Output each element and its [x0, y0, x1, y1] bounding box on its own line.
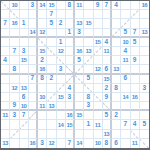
- cell-r6c6[interactable]: [47, 47, 56, 56]
- cell-r16c8[interactable]: 7: [66, 139, 75, 148]
- cell-r3c4[interactable]: [29, 19, 38, 28]
- cell-r11c10[interactable]: 8: [84, 93, 93, 102]
- cell-r14c6[interactable]: [47, 120, 56, 129]
- main-diagonal-mark: [131, 130, 140, 139]
- cell-r3c9[interactable]: 13: [75, 19, 84, 28]
- main-diagonal-mark: [47, 47, 56, 56]
- cell-r7c13[interactable]: [112, 56, 121, 65]
- cell-r15c10[interactable]: [84, 130, 93, 139]
- cell-r2c11[interactable]: [94, 10, 103, 19]
- cell-r9c2[interactable]: [10, 75, 19, 84]
- cell-r10c16[interactable]: 3: [140, 84, 149, 93]
- cell-r11c2[interactable]: [10, 93, 19, 102]
- cell-r8c9[interactable]: [75, 65, 84, 74]
- cell-r3c11[interactable]: [94, 19, 103, 28]
- cell-r6c2[interactable]: 7: [10, 47, 19, 56]
- cell-r6c12[interactable]: 11: [103, 47, 112, 56]
- cell-r2c13[interactable]: [112, 10, 121, 19]
- main-diagonal-mark: [94, 93, 103, 102]
- cell-r16c4[interactable]: 16: [29, 139, 38, 148]
- cell-r10c1[interactable]: [1, 84, 10, 93]
- cell-r8c15[interactable]: [131, 65, 140, 74]
- cell-r14c14[interactable]: 7: [121, 120, 130, 129]
- anti-diagonal-mark: [10, 130, 19, 139]
- cell-r9c15[interactable]: [131, 75, 140, 84]
- cell-r2c1[interactable]: [1, 10, 10, 19]
- cell-r11c15[interactable]: 16: [131, 93, 140, 102]
- cell-r1c13[interactable]: 4: [112, 1, 121, 10]
- cell-r11c8[interactable]: 3: [66, 93, 75, 102]
- cell-r6c4[interactable]: [29, 47, 38, 56]
- cell-r3c10[interactable]: 15: [84, 19, 93, 28]
- cell-r16c9[interactable]: 14: [75, 139, 84, 148]
- cell-r2c9[interactable]: [75, 10, 84, 19]
- main-diagonal-mark: [75, 75, 84, 84]
- cell-r3c16[interactable]: [140, 19, 149, 28]
- anti-diagonal-mark: [112, 29, 121, 38]
- cell-r14c13[interactable]: [112, 120, 121, 129]
- cell-r10c15[interactable]: [131, 84, 140, 93]
- cell-r6c13[interactable]: [112, 47, 121, 56]
- cell-r8c4[interactable]: [29, 65, 38, 74]
- cell-r2c6[interactable]: 7: [47, 10, 56, 19]
- cell-r13c14[interactable]: [121, 111, 130, 120]
- cell-r6c14[interactable]: 4: [121, 47, 130, 56]
- cell-r14c2[interactable]: [10, 120, 19, 129]
- cell-r8c7[interactable]: 3: [57, 65, 66, 74]
- cell-r5c11[interactable]: 15: [94, 38, 103, 47]
- main-diagonal-mark: [103, 102, 111, 110]
- cell-r10c7[interactable]: [57, 84, 66, 93]
- cell-r9c10[interactable]: 5: [84, 75, 93, 84]
- cell-r11c13[interactable]: [112, 93, 121, 102]
- cell-r14c11[interactable]: 11: [94, 120, 103, 129]
- cell-r3c1[interactable]: 7: [1, 19, 10, 28]
- main-diagonal-mark: [10, 10, 19, 19]
- cell-r3c7[interactable]: 2: [57, 19, 66, 28]
- cell-r7c3[interactable]: 15: [20, 56, 29, 65]
- cell-r8c12[interactable]: 6: [103, 65, 112, 74]
- cell-r9c12[interactable]: 15: [103, 75, 112, 84]
- cell-r9c13[interactable]: [112, 75, 121, 84]
- cell-r7c6[interactable]: [47, 56, 56, 65]
- cell-r16c5[interactable]: 3: [38, 139, 47, 148]
- cell-r6c16[interactable]: [140, 47, 149, 56]
- cell-r13c16[interactable]: [140, 111, 149, 120]
- cell-r7c14[interactable]: 11: [121, 56, 130, 65]
- cell-r15c14[interactable]: [121, 130, 130, 139]
- cell-r8c1[interactable]: [1, 65, 10, 74]
- cell-r15c1[interactable]: [1, 130, 10, 139]
- anti-diagonal-mark: [84, 56, 93, 65]
- cell-r4c2[interactable]: [10, 29, 19, 38]
- cell-r8c3[interactable]: [20, 65, 29, 74]
- cell-r10c14[interactable]: [121, 84, 130, 93]
- cell-r14c3[interactable]: [20, 120, 29, 129]
- cell-r3c2[interactable]: 16: [10, 19, 19, 28]
- cell-r13c2[interactable]: 3: [10, 111, 19, 120]
- cell-r10c6[interactable]: [47, 84, 56, 93]
- cell-r12c6[interactable]: 13: [47, 102, 56, 111]
- cell-r5c5[interactable]: [38, 38, 47, 47]
- cell-r16c11[interactable]: 10: [94, 139, 103, 148]
- cell-r4c1[interactable]: [1, 29, 10, 38]
- cell-r6c7[interactable]: 12: [57, 47, 66, 56]
- cell-r12c9[interactable]: [75, 102, 84, 111]
- cell-r6c15[interactable]: [131, 47, 140, 56]
- cell-r12c13[interactable]: [112, 102, 121, 111]
- cell-r7c1[interactable]: 4: [1, 56, 10, 65]
- cell-r16c10[interactable]: [84, 139, 93, 148]
- cell-r3c14[interactable]: [121, 19, 130, 28]
- cell-r14c5[interactable]: [38, 120, 47, 129]
- cell-r10c10[interactable]: [84, 84, 93, 93]
- cell-r4c16[interactable]: 13: [140, 29, 149, 38]
- cell-r13c13[interactable]: 2: [112, 111, 121, 120]
- cell-r8c14[interactable]: [121, 65, 130, 74]
- cell-r9c9[interactable]: [75, 75, 84, 84]
- cell-r14c4[interactable]: [29, 120, 38, 129]
- cell-r9c7[interactable]: [57, 75, 66, 84]
- cell-r11c4[interactable]: [29, 93, 38, 102]
- cell-r7c2[interactable]: [10, 56, 19, 65]
- cell-r4c8[interactable]: 1: [66, 29, 75, 38]
- cell-r1c2[interactable]: 10: [10, 1, 19, 10]
- cell-r16c13[interactable]: 6: [112, 139, 121, 148]
- cell-r5c14[interactable]: 10: [121, 38, 130, 47]
- cell-r1c15[interactable]: [131, 1, 140, 10]
- cell-r11c5[interactable]: 10: [38, 93, 47, 102]
- cell-r10c4[interactable]: [29, 84, 38, 93]
- cell-r16c7[interactable]: [57, 139, 66, 148]
- cell-r3c13[interactable]: [112, 19, 121, 28]
- main-diagonal-mark: [84, 84, 93, 93]
- cell-r13c3[interactable]: 7: [20, 111, 29, 120]
- cell-r2c5[interactable]: [38, 10, 47, 19]
- anti-diagonal-mark: [94, 47, 103, 56]
- cell-r15c12[interactable]: 13: [103, 130, 112, 139]
- cell-r1c9[interactable]: 11: [75, 1, 84, 10]
- cell-r12c5[interactable]: 11: [38, 102, 47, 111]
- cell-r5c7[interactable]: 1: [57, 38, 66, 47]
- cell-r12c2[interactable]: 9: [10, 102, 19, 111]
- cell-r5c2[interactable]: [10, 38, 19, 47]
- cell-r8c16[interactable]: [140, 65, 149, 74]
- cell-r10c8[interactable]: 4: [66, 84, 75, 93]
- cell-r12c12[interactable]: [103, 102, 112, 111]
- cell-r8c6[interactable]: [47, 65, 56, 74]
- cell-r4c7[interactable]: [57, 29, 66, 38]
- cell-r14c7[interactable]: 14: [57, 120, 66, 129]
- cell-r15c2[interactable]: [10, 130, 19, 139]
- cell-r14c16[interactable]: 5: [140, 120, 149, 129]
- cell-r16c1[interactable]: 13: [1, 139, 10, 148]
- cell-r7c12[interactable]: [103, 56, 112, 65]
- cell-r4c14[interactable]: 5: [121, 29, 130, 38]
- cell-r5c1[interactable]: [1, 38, 10, 47]
- cell-r11c11[interactable]: [94, 93, 103, 102]
- cell-r13c7[interactable]: [57, 111, 66, 120]
- cell-r5c12[interactable]: 4: [103, 38, 112, 47]
- cell-r7c8[interactable]: [66, 56, 75, 65]
- cell-r9c8[interactable]: [66, 75, 75, 84]
- cell-r9c14[interactable]: 6: [121, 75, 130, 84]
- cell-r4c15[interactable]: 7: [131, 29, 140, 38]
- cell-r6c8[interactable]: [66, 47, 75, 56]
- cell-r4c13[interactable]: [112, 29, 121, 38]
- cell-r6c3[interactable]: 3: [20, 47, 29, 56]
- cell-r2c16[interactable]: [140, 10, 149, 19]
- cell-r6c5[interactable]: 15: [38, 47, 47, 56]
- cell-r14c8[interactable]: 15: [66, 120, 75, 129]
- cell-r12c14[interactable]: [121, 102, 130, 111]
- cell-r4c3[interactable]: [20, 29, 29, 38]
- anti-diagonal-mark: [131, 10, 140, 19]
- cell-r1c11[interactable]: 9: [94, 1, 103, 10]
- cell-r9c3[interactable]: [20, 75, 29, 84]
- cell-r12c1[interactable]: [1, 102, 10, 111]
- cell-r11c1[interactable]: [1, 93, 10, 102]
- cell-r2c8[interactable]: [66, 10, 75, 19]
- cell-r2c15[interactable]: [131, 10, 140, 19]
- cell-r14c10[interactable]: 1: [84, 120, 93, 129]
- cell-r5c4[interactable]: [29, 38, 38, 47]
- cell-r1c4[interactable]: 3: [29, 1, 38, 10]
- cell-r14c9[interactable]: [75, 120, 84, 129]
- cell-r13c4[interactable]: [29, 111, 38, 120]
- cell-r16c15[interactable]: 11: [131, 139, 140, 148]
- cell-r6c10[interactable]: 13: [84, 47, 93, 56]
- cell-r1c3[interactable]: [20, 1, 29, 10]
- cell-r1c1[interactable]: [1, 1, 10, 10]
- cell-r3c3[interactable]: 1: [20, 19, 29, 28]
- cell-r3c5[interactable]: [38, 19, 47, 28]
- anti-diagonal-mark: [57, 84, 66, 93]
- cell-r16c6[interactable]: 12: [47, 139, 56, 148]
- cell-r2c10[interactable]: [84, 10, 93, 19]
- anti-diagonal-mark: [20, 120, 29, 129]
- cell-r16c2[interactable]: [10, 139, 19, 148]
- cell-r10c3[interactable]: 13: [20, 84, 29, 93]
- cell-r7c7[interactable]: [57, 56, 66, 65]
- cell-r15c15[interactable]: [131, 130, 140, 139]
- cell-r4c4[interactable]: 14: [29, 29, 38, 38]
- cell-r2c7[interactable]: [57, 10, 66, 19]
- cell-r11c3[interactable]: 6: [20, 93, 29, 102]
- cell-r8c13[interactable]: 13: [112, 65, 121, 74]
- cell-r5c6[interactable]: [47, 38, 56, 47]
- cell-r7c9[interactable]: 5: [75, 56, 84, 65]
- cell-r16c14[interactable]: [121, 139, 130, 148]
- cell-r10c11[interactable]: [94, 84, 103, 93]
- cell-r5c16[interactable]: [140, 38, 149, 47]
- cell-r12c3[interactable]: 10: [20, 102, 29, 111]
- cell-r1c10[interactable]: [84, 1, 93, 10]
- cell-r15c6[interactable]: [47, 130, 56, 139]
- cell-r5c15[interactable]: 5: [131, 38, 140, 47]
- main-diagonal-mark: [38, 38, 47, 47]
- cell-r13c15[interactable]: [131, 111, 140, 120]
- cell-r2c3[interactable]: [20, 10, 29, 19]
- cell-r7c11[interactable]: [94, 56, 103, 65]
- cell-r10c5[interactable]: [38, 84, 47, 93]
- cell-r8c8[interactable]: [66, 65, 75, 74]
- cell-r1c14[interactable]: [121, 1, 130, 10]
- cell-r3c8[interactable]: [66, 19, 75, 28]
- cell-r5c10[interactable]: [84, 38, 93, 47]
- anti-diagonal-mark: [47, 93, 56, 102]
- cell-r10c2[interactable]: 12: [10, 84, 19, 93]
- cell-r12c7[interactable]: [57, 102, 66, 111]
- cell-r4c6[interactable]: [47, 29, 56, 38]
- cell-r7c16[interactable]: [140, 56, 149, 65]
- cell-r12c16[interactable]: [140, 102, 149, 111]
- cell-r1c6[interactable]: 15: [47, 1, 56, 10]
- main-diagonal-mark: [57, 56, 66, 65]
- cell-r9c6[interactable]: 2: [47, 75, 56, 84]
- cell-r9c16[interactable]: [140, 75, 149, 84]
- cell-r3c12[interactable]: [103, 19, 112, 28]
- cell-r15c13[interactable]: [112, 130, 121, 139]
- cell-r12c15[interactable]: [131, 102, 140, 111]
- cell-r5c3[interactable]: [20, 38, 29, 47]
- cell-r16c12[interactable]: 8: [103, 139, 112, 148]
- cell-r13c11[interactable]: [94, 111, 103, 120]
- cell-r15c7[interactable]: [57, 130, 66, 139]
- anti-diagonal-mark: [75, 65, 84, 74]
- cell-r9c4[interactable]: 7: [29, 75, 38, 84]
- cell-r15c5[interactable]: [38, 130, 47, 139]
- cell-r7c4[interactable]: [29, 56, 38, 65]
- cell-r16c3[interactable]: [20, 139, 29, 148]
- cell-r15c4[interactable]: [29, 130, 38, 139]
- cell-r7c5[interactable]: 2: [38, 56, 47, 65]
- cell-r13c1[interactable]: 11: [1, 111, 10, 120]
- cell-r11c16[interactable]: [140, 93, 149, 102]
- cell-r15c8[interactable]: [66, 130, 75, 139]
- cell-r15c16[interactable]: [140, 130, 149, 139]
- cell-r10c13[interactable]: 8: [112, 84, 121, 93]
- cell-r12c11[interactable]: [94, 102, 103, 111]
- cell-r8c10[interactable]: [84, 65, 93, 74]
- cell-r1c16[interactable]: 16: [140, 1, 149, 10]
- cell-r6c9[interactable]: 16: [75, 47, 84, 56]
- cell-r11c6[interactable]: [47, 93, 56, 102]
- cell-r9c1[interactable]: [1, 75, 10, 84]
- cell-r13c6[interactable]: [47, 111, 56, 120]
- cell-r6c1[interactable]: [1, 47, 10, 56]
- cell-r4c11[interactable]: [94, 29, 103, 38]
- cell-r15c3[interactable]: [20, 130, 29, 139]
- cell-r9c5[interactable]: 8: [38, 75, 47, 84]
- cell-r13c8[interactable]: 16: [66, 111, 75, 120]
- cell-r15c9[interactable]: [75, 130, 84, 139]
- cell-r4c9[interactable]: 3: [75, 29, 84, 38]
- main-diagonal-mark: [140, 139, 149, 148]
- cell-r10c12[interactable]: 2: [103, 84, 112, 93]
- cell-r16c16[interactable]: [140, 139, 149, 148]
- cell-r14c1[interactable]: [1, 120, 10, 129]
- cell-r8c11[interactable]: 12: [94, 65, 103, 74]
- cell-r11c12[interactable]: 9: [103, 93, 112, 102]
- cell-r13c12[interactable]: 5: [103, 111, 112, 120]
- main-diagonal-mark: [1, 1, 10, 10]
- cell-r5c8[interactable]: [66, 38, 75, 47]
- cell-r13c9[interactable]: 15: [75, 111, 84, 120]
- cell-r13c10[interactable]: [84, 111, 93, 120]
- cell-r5c13[interactable]: [112, 38, 121, 47]
- cell-r1c7[interactable]: [57, 1, 66, 10]
- cell-r1c5[interactable]: 14: [38, 1, 47, 10]
- cell-r8c2[interactable]: 8: [10, 65, 19, 74]
- cell-r12c10[interactable]: 3: [84, 102, 93, 111]
- main-diagonal-mark: [66, 65, 74, 73]
- cell-r4c12[interactable]: [103, 29, 112, 38]
- cell-r6c11[interactable]: [94, 47, 103, 56]
- cell-r11c9[interactable]: [75, 93, 84, 102]
- cell-r3c15[interactable]: [131, 19, 140, 28]
- cell-r5c9[interactable]: [75, 38, 84, 47]
- cell-r3c6[interactable]: 5: [47, 19, 56, 28]
- cell-r2c2[interactable]: [10, 10, 19, 19]
- anti-diagonal-mark: [29, 112, 37, 120]
- cell-r8c5[interactable]: 16: [38, 65, 47, 74]
- cell-r7c10[interactable]: [84, 56, 93, 65]
- cell-r4c5[interactable]: 12: [38, 29, 47, 38]
- cell-r14c15[interactable]: 4: [131, 120, 140, 129]
- cell-r15c11[interactable]: [94, 130, 103, 139]
- cell-r1c12[interactable]: 7: [103, 1, 112, 10]
- cell-r10c9[interactable]: [75, 84, 84, 93]
- cell-r4c10[interactable]: [84, 29, 93, 38]
- sudoku-board: 1031415811974167716152131514121357131154…: [0, 0, 150, 150]
- cell-r11c7[interactable]: 15: [57, 93, 66, 102]
- cell-r11c14[interactable]: 14: [121, 93, 130, 102]
- cell-r9c11[interactable]: [94, 75, 103, 84]
- cell-r12c4[interactable]: [29, 102, 38, 111]
- cell-r1c8[interactable]: 8: [66, 1, 75, 10]
- cell-r12c8[interactable]: [66, 102, 75, 111]
- anti-diagonal-mark: [66, 75, 74, 83]
- anti-diagonal-mark: [121, 19, 130, 28]
- cell-r2c4[interactable]: [29, 10, 38, 19]
- cell-r7c15[interactable]: 9: [131, 56, 140, 65]
- cell-r13c5[interactable]: [38, 111, 47, 120]
- cell-r2c12[interactable]: [103, 10, 112, 19]
- cell-r2c14[interactable]: [121, 10, 130, 19]
- cell-r14c12[interactable]: [103, 120, 112, 129]
